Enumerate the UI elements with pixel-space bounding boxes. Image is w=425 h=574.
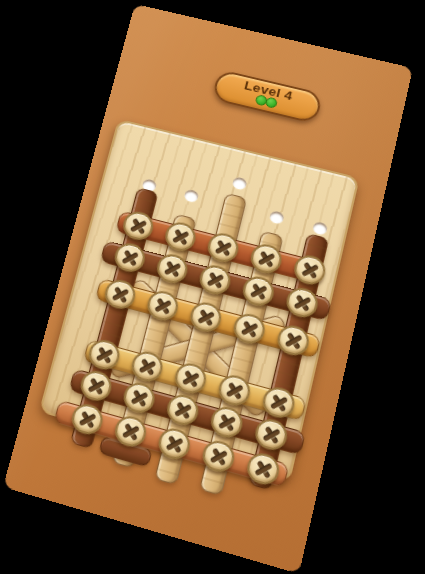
phone-screenshot: Level 4 bbox=[3, 4, 413, 574]
level-badge: Level 4 bbox=[211, 69, 323, 124]
black-canvas: Level 4 bbox=[0, 0, 425, 574]
